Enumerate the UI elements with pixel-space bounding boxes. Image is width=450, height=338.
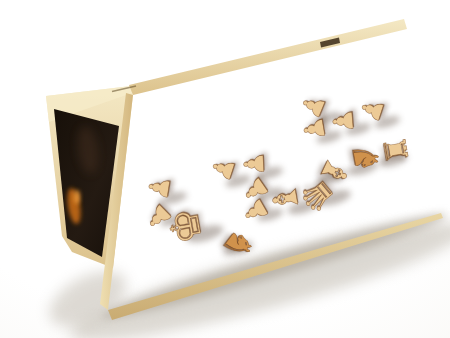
hinge-edge [112, 19, 407, 95]
scene-backdrop [0, 0, 450, 338]
product-photo-stage: ♟♟♟♟♜♞♝♟♟♟♟♟♟♝♛♚♞ [0, 0, 450, 338]
